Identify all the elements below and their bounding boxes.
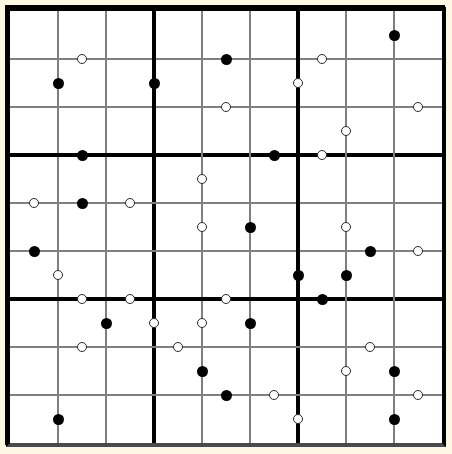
grid-cell-r3c9[interactable]: [394, 107, 442, 155]
grid-cell-r9c1[interactable]: [10, 395, 58, 443]
grid-cell-r2c3[interactable]: [106, 59, 154, 107]
grid-line-horizontal: [10, 250, 442, 252]
grid-cell-r2c6[interactable]: [250, 59, 298, 107]
grid-cell-r9c8[interactable]: [346, 395, 394, 443]
kropki-black-dot-r2c1-right: [53, 78, 64, 89]
kropki-white-dot-r7c4-down: [173, 342, 183, 352]
kropki-white-dot-r2c9-down: [413, 102, 423, 112]
grid-cell-r5c2[interactable]: [58, 203, 106, 251]
grid-cell-r1c3[interactable]: [106, 11, 154, 59]
kropki-white-dot-r2c6-right: [293, 78, 303, 88]
grid-cell-r4c9[interactable]: [394, 155, 442, 203]
grid-cell-r5c5[interactable]: [202, 203, 250, 251]
grid-cell-r1c7[interactable]: [298, 11, 346, 59]
grid-cell-r7c8[interactable]: [346, 299, 394, 347]
kropki-white-dot-r8c7-right: [341, 366, 351, 376]
kropki-white-dot-r7c2-down: [77, 342, 87, 352]
grid-cell-r6c7[interactable]: [298, 251, 346, 299]
kropki-black-dot-r9c1-right: [53, 414, 64, 425]
grid-cell-r9c7[interactable]: [298, 395, 346, 443]
grid-cell-r9c3[interactable]: [106, 395, 154, 443]
kropki-black-dot-r3c6-down: [269, 150, 280, 161]
grid-cell-r3c2[interactable]: [58, 107, 106, 155]
grid-cell-r1c1[interactable]: [10, 11, 58, 59]
grid-cell-r5c9[interactable]: [394, 203, 442, 251]
grid-cell-r8c4[interactable]: [154, 347, 202, 395]
kropki-white-dot-r4c1-down: [29, 198, 39, 208]
grid-line-vertical: [393, 11, 395, 443]
kropki-black-dot-r8c8-right: [389, 366, 400, 377]
grid-cell-r6c9[interactable]: [394, 251, 442, 299]
grid-cell-r5c7[interactable]: [298, 203, 346, 251]
grid-cell-r1c2[interactable]: [58, 11, 106, 59]
grid-line-horizontal: [10, 346, 442, 348]
grid-cell-r5c3[interactable]: [106, 203, 154, 251]
kropki-black-dot-r7c5-right: [245, 318, 256, 329]
kropki-white-dot-r3c7-right: [341, 126, 351, 136]
grid-cell-r3c1[interactable]: [10, 107, 58, 155]
grid-cell-r2c8[interactable]: [346, 59, 394, 107]
grid-cell-r7c5[interactable]: [202, 299, 250, 347]
kropki-black-dot-r6c6-right: [293, 270, 304, 281]
grid-cell-r3c3[interactable]: [106, 107, 154, 155]
kropki-black-dot-r4c2-down: [77, 198, 88, 209]
grid-cell-r8c6[interactable]: [250, 347, 298, 395]
kropki-black-dot-r8c5-down: [221, 390, 232, 401]
kropki-white-dot-r5c9-down: [413, 246, 423, 256]
grid-cell-r7c9[interactable]: [394, 299, 442, 347]
kropki-white-dot-r7c8-down: [365, 342, 375, 352]
grid-cell-r7c6[interactable]: [250, 299, 298, 347]
grid-cell-r8c9[interactable]: [394, 347, 442, 395]
grid-cell-r1c9[interactable]: [394, 11, 442, 59]
grid-cell-r9c9[interactable]: [394, 395, 442, 443]
grid-cell-r1c4[interactable]: [154, 11, 202, 59]
grid-cell-r5c8[interactable]: [346, 203, 394, 251]
kropki-black-dot-r3c2-down: [77, 150, 88, 161]
grid-cell-r1c5[interactable]: [202, 11, 250, 59]
kropki-black-dot-r6c7-right: [341, 270, 352, 281]
box-border-horizontal: [10, 153, 442, 157]
kropki-black-dot-r5c5-right: [245, 222, 256, 233]
grid-cell-r2c4[interactable]: [154, 59, 202, 107]
kropki-white-dot-r1c2-down: [77, 54, 87, 64]
grid-cell-r5c1[interactable]: [10, 203, 58, 251]
grid-cell-r1c6[interactable]: [250, 11, 298, 59]
grid-cell-r4c8[interactable]: [346, 155, 394, 203]
grid-cell-r3c6[interactable]: [250, 107, 298, 155]
grid-cell-r5c4[interactable]: [154, 203, 202, 251]
kropki-white-dot-r8c6-down: [269, 390, 279, 400]
kropki-white-dot-r1c7-down: [317, 54, 327, 64]
kropki-white-dot-r7c4-right: [197, 318, 207, 328]
grid-line-vertical: [105, 11, 107, 443]
grid-cell-r4c6[interactable]: [250, 155, 298, 203]
grid-cell-r6c3[interactable]: [106, 251, 154, 299]
kropki-black-dot-r1c5-down: [221, 54, 232, 65]
kropki-white-dot-r6c2-down: [77, 294, 87, 304]
grid-cell-r9c2[interactable]: [58, 395, 106, 443]
grid-cell-r2c5[interactable]: [202, 59, 250, 107]
kropki-black-dot-r8c4-right: [197, 366, 208, 377]
grid-cell-r6c4[interactable]: [154, 251, 202, 299]
kropki-white-dot-r3c7-down: [317, 150, 327, 160]
kropki-white-dot-r8c9-down: [413, 390, 423, 400]
grid-cell-r8c2[interactable]: [58, 347, 106, 395]
grid-line-horizontal: [10, 202, 442, 204]
grid-cell-r9c4[interactable]: [154, 395, 202, 443]
grid-cell-r3c5[interactable]: [202, 107, 250, 155]
cell-grid: [10, 11, 442, 443]
grid-cell-r6c6[interactable]: [250, 251, 298, 299]
kropki-white-dot-r6c1-right: [53, 270, 63, 280]
grid-cell-r6c5[interactable]: [202, 251, 250, 299]
kropki-black-dot-r5c1-down: [29, 246, 40, 257]
grid-cell-r8c1[interactable]: [10, 347, 58, 395]
grid-cell-r4c1[interactable]: [10, 155, 58, 203]
kropki-black-dot-r5c8-down: [365, 246, 376, 257]
grid-cell-r6c2[interactable]: [58, 251, 106, 299]
grid-cell-r6c1[interactable]: [10, 251, 58, 299]
kropki-black-dot-r2c3-right: [149, 78, 160, 89]
grid-line-vertical: [57, 11, 59, 443]
grid-cell-r8c7[interactable]: [298, 347, 346, 395]
kropki-white-dot-r5c4-right: [197, 222, 207, 232]
grid-cell-r7c3[interactable]: [106, 299, 154, 347]
grid-cell-r3c4[interactable]: [154, 107, 202, 155]
grid-cell-r7c2[interactable]: [58, 299, 106, 347]
kropki-black-dot-r6c7-down: [317, 294, 328, 305]
grid-cell-r2c2[interactable]: [58, 59, 106, 107]
grid-cell-r3c7[interactable]: [298, 107, 346, 155]
grid-cell-r4c5[interactable]: [202, 155, 250, 203]
grid-cell-r2c7[interactable]: [298, 59, 346, 107]
kropki-white-dot-r2c5-down: [221, 102, 231, 112]
box-border-vertical: [296, 11, 300, 443]
box-border-vertical: [152, 11, 156, 443]
kropki-white-dot-r4c4-right: [197, 174, 207, 184]
grid-cell-r2c1[interactable]: [10, 59, 58, 107]
grid-cell-r2c9[interactable]: [394, 59, 442, 107]
kropki-black-dot-r7c2-right: [101, 318, 112, 329]
grid-cell-r7c7[interactable]: [298, 299, 346, 347]
grid-cell-r7c1[interactable]: [10, 299, 58, 347]
kropki-white-dot-r7c3-right: [149, 318, 159, 328]
kropki-white-dot-r6c5-down: [221, 294, 231, 304]
grid-cell-r4c2[interactable]: [58, 155, 106, 203]
grid-cell-r4c4[interactable]: [154, 155, 202, 203]
grid-cell-r8c5[interactable]: [202, 347, 250, 395]
grid-cell-r9c5[interactable]: [202, 395, 250, 443]
kropki-black-dot-r9c8-right: [389, 414, 400, 425]
grid-cell-r9c6[interactable]: [250, 395, 298, 443]
grid-cell-r8c8[interactable]: [346, 347, 394, 395]
kropki-black-dot-r1c8-right: [389, 30, 400, 41]
grid-cell-r7c4[interactable]: [154, 299, 202, 347]
kropki-white-dot-r5c7-right: [341, 222, 351, 232]
grid-cell-r4c3[interactable]: [106, 155, 154, 203]
grid-cell-r1c8[interactable]: [346, 11, 394, 59]
grid-cell-r6c8[interactable]: [346, 251, 394, 299]
kropki-white-dot-r4c3-down: [125, 198, 135, 208]
grid-cell-r4c7[interactable]: [298, 155, 346, 203]
kropki-white-dot-r6c3-down: [125, 294, 135, 304]
grid-cell-r3c8[interactable]: [346, 107, 394, 155]
grid-cell-r8c3[interactable]: [106, 347, 154, 395]
grid-cell-r5c6[interactable]: [250, 203, 298, 251]
kropki-sudoku-board: [6, 7, 446, 447]
kropki-white-dot-r9c6-right: [293, 414, 303, 424]
